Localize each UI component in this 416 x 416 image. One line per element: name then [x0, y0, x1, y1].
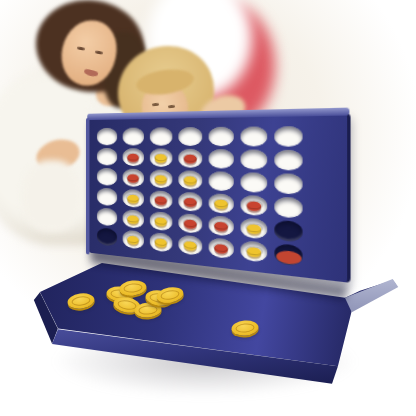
yellow-disc: ● [147, 147, 175, 168]
hole [97, 187, 117, 206]
cell-r4c2: ● [120, 187, 147, 209]
cell-r5c2: ● [120, 207, 147, 230]
cell-r1c2 [120, 126, 147, 147]
yellow-disc: ● [206, 192, 238, 215]
cell-r5c4: ● [175, 211, 205, 235]
cell-r2c3: ● [147, 146, 176, 168]
hole [275, 173, 303, 195]
cell-r2c5 [205, 147, 237, 170]
cell-r4c4: ● [175, 190, 205, 213]
yellow-disc: ● [147, 230, 175, 253]
cell-r6c3: ● [147, 230, 176, 254]
hole [209, 149, 234, 169]
red-disc: ● [175, 147, 205, 168]
cell-r3c2: ● [120, 167, 147, 189]
cell-r3c3: ● [147, 167, 176, 189]
cell-r1c3 [147, 125, 176, 146]
red-disc: ● [206, 214, 238, 238]
cell-r3c5 [205, 169, 237, 193]
cell-r1c1 [94, 126, 120, 146]
red-disc: ● [147, 189, 175, 211]
yellow-disc: ● [175, 169, 205, 191]
cell-r2c6 [237, 147, 271, 171]
board-left-rim [86, 118, 90, 254]
cell-r3c7 [271, 171, 307, 196]
cell-r6c5: ● [205, 235, 237, 260]
hole [275, 243, 303, 266]
red-disc: ● [120, 147, 147, 167]
hole [122, 127, 143, 145]
yellow-disc: ● [147, 210, 175, 232]
cell-r5c7 [271, 218, 307, 244]
hole [209, 171, 234, 191]
red-disc: ● [206, 236, 238, 260]
yellow-disc: ● [237, 238, 271, 263]
cell-r1c7 [271, 124, 307, 148]
hole [275, 149, 303, 170]
red-disc: ● [120, 167, 147, 188]
cell-r6c6: ● [237, 238, 271, 264]
hole [275, 126, 303, 147]
hole [275, 219, 303, 242]
red-disc: ● [175, 211, 205, 234]
hole [275, 196, 303, 218]
red-disc: ● [175, 190, 205, 213]
cell-r4c6: ● [237, 193, 271, 218]
yellow-disc: ● [120, 208, 147, 230]
cell-r5c1 [94, 205, 120, 227]
cell-r4c1 [94, 186, 120, 208]
cell-r4c5: ● [205, 191, 237, 215]
cell-r2c7 [271, 148, 307, 172]
cell-r5c3: ● [147, 209, 176, 232]
hole [241, 172, 268, 193]
cell-r4c7 [271, 194, 307, 220]
cell-r1c6 [237, 124, 271, 147]
cell-r1c4 [175, 125, 205, 147]
cell-r1c5 [205, 125, 237, 148]
cell-r5c6: ● [237, 215, 271, 241]
hole [97, 147, 117, 165]
cell-r6c1 [94, 225, 120, 248]
cell-r2c4: ● [175, 147, 205, 169]
hole [150, 127, 173, 145]
hole [178, 127, 202, 146]
yellow-disc: ● [120, 187, 147, 208]
hole [241, 149, 268, 169]
cell-r4c3: ● [147, 188, 176, 211]
board-grid: ●●●●●●●●●●●●●●●●●●●●● [94, 124, 307, 268]
yellow-disc: ● [120, 228, 147, 250]
cell-r6c2: ● [120, 228, 147, 251]
yellow-disc: ● [175, 233, 205, 257]
hole [209, 126, 234, 146]
hole [97, 167, 117, 185]
woman-left-sleeve [22, 160, 82, 232]
hole [241, 126, 268, 146]
yellow-disc: ● [237, 216, 271, 241]
cell-r3c6 [237, 170, 271, 194]
product-photo: ●●●●●●●●●●●●●●●●●●●●● [0, 0, 416, 416]
yellow-disc: ● [147, 168, 175, 189]
red-disc: ● [237, 193, 271, 217]
cell-r6c7 [271, 241, 307, 268]
cell-r5c5: ● [205, 213, 237, 238]
cell-r2c2: ● [120, 146, 147, 167]
red-disc-behind-hole [276, 250, 302, 266]
hole [97, 207, 117, 226]
cell-r3c1 [94, 166, 120, 187]
cell-r6c4: ● [175, 232, 205, 257]
hole [97, 127, 117, 145]
cell-r3c4: ● [175, 168, 205, 191]
hole [97, 227, 117, 246]
cell-r2c1 [94, 146, 120, 167]
